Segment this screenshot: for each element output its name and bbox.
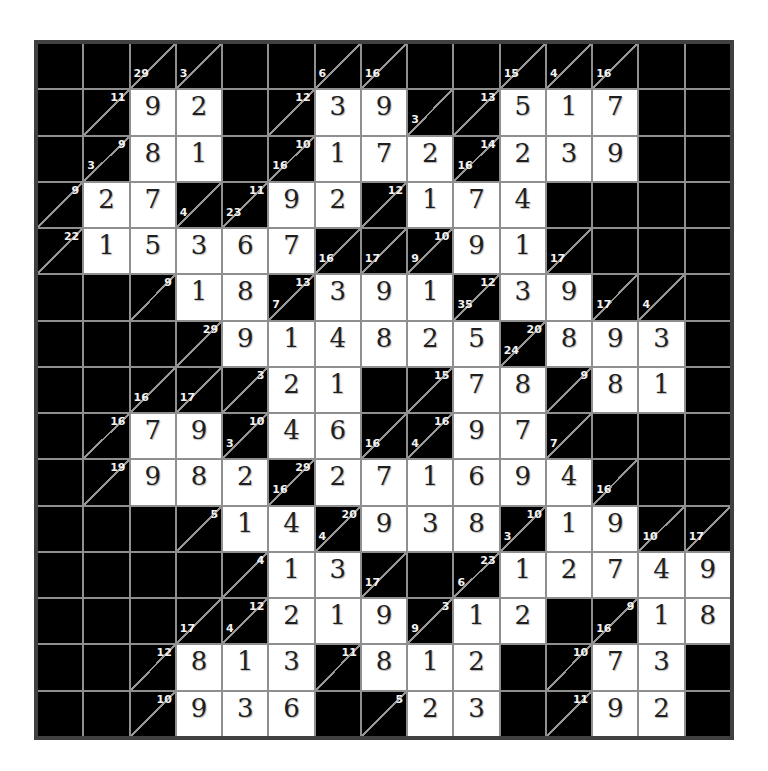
down-clue: 9 xyxy=(411,623,419,634)
cell-r6c15 xyxy=(686,275,730,319)
cell-r11c7: 204 xyxy=(316,507,360,551)
cell-value: 3 xyxy=(316,555,360,584)
cell-r11c8[interactable]: 9 xyxy=(362,507,406,551)
down-clue: 24 xyxy=(504,345,519,356)
cell-r5c6[interactable]: 7 xyxy=(269,229,313,273)
cell-r14c13[interactable]: 7 xyxy=(593,645,637,689)
cell-r2c2: 11 xyxy=(84,90,128,134)
cell-r10c7[interactable]: 2 xyxy=(316,460,360,504)
down-clue: 16 xyxy=(319,253,334,264)
cell-r14c12: 10 xyxy=(547,645,591,689)
cell-r7c5[interactable]: 9 xyxy=(223,322,267,366)
cell-r9c8: 16 xyxy=(362,414,406,458)
cell-value: 9 xyxy=(547,277,591,306)
cell-r5c4[interactable]: 3 xyxy=(177,229,221,273)
cell-r14c15 xyxy=(686,645,730,689)
across-clue: 16 xyxy=(434,416,449,427)
cell-r5c5[interactable]: 6 xyxy=(223,229,267,273)
cell-r4c4: 4 xyxy=(177,183,221,227)
cell-r5c7: 16 xyxy=(316,229,360,273)
cell-r3c12[interactable]: 3 xyxy=(547,137,591,181)
cell-r2c3[interactable]: 9 xyxy=(131,90,175,134)
cell-value: 2 xyxy=(408,324,452,353)
cell-r10c12[interactable]: 4 xyxy=(547,460,591,504)
across-clue: 9 xyxy=(581,370,589,381)
cell-r6c5[interactable]: 8 xyxy=(223,275,267,319)
cell-value: 9 xyxy=(593,139,637,168)
cell-value: 1 xyxy=(223,509,267,538)
cell-value: 9 xyxy=(362,601,406,630)
cell-r13c9: 39 xyxy=(408,599,452,643)
cell-r12c1 xyxy=(38,553,82,597)
cell-r13c11[interactable]: 2 xyxy=(501,599,545,643)
cell-r6c7[interactable]: 3 xyxy=(316,275,360,319)
cell-r2c7[interactable]: 3 xyxy=(316,90,360,134)
cell-r11c10[interactable]: 8 xyxy=(454,507,498,551)
cell-value: 9 xyxy=(454,416,498,445)
cell-value: 5 xyxy=(131,231,175,260)
cell-r12c15[interactable]: 9 xyxy=(686,553,730,597)
cell-value: 1 xyxy=(501,231,545,260)
cell-r2c5 xyxy=(223,90,267,134)
cell-r9c14 xyxy=(639,414,683,458)
cell-r12c3 xyxy=(131,553,175,597)
across-clue: 19 xyxy=(110,462,125,473)
cell-r2c13[interactable]: 7 xyxy=(593,90,637,134)
cell-r15c7 xyxy=(316,692,360,736)
cell-value: 1 xyxy=(454,601,498,630)
cell-r14c14[interactable]: 3 xyxy=(639,645,683,689)
cell-r11c14: 10 xyxy=(639,507,683,551)
cell-r11c12[interactable]: 1 xyxy=(547,507,591,551)
cell-r6c8[interactable]: 9 xyxy=(362,275,406,319)
cell-r13c2 xyxy=(84,599,128,643)
cell-r2c14 xyxy=(639,90,683,134)
cell-value: 3 xyxy=(501,277,545,306)
cell-r4c12 xyxy=(547,183,591,227)
cell-value: 9 xyxy=(177,416,221,445)
cell-r2c11[interactable]: 5 xyxy=(501,90,545,134)
down-clue: 16 xyxy=(272,160,287,171)
cell-r7c8[interactable]: 8 xyxy=(362,322,406,366)
down-clue: 3 xyxy=(504,531,512,542)
cell-value: 1 xyxy=(501,555,545,584)
cell-value: 4 xyxy=(639,555,683,584)
cell-r9c10[interactable]: 9 xyxy=(454,414,498,458)
cell-value: 7 xyxy=(131,185,175,214)
cell-r3c7[interactable]: 1 xyxy=(316,137,360,181)
cell-value: 8 xyxy=(454,509,498,538)
down-clue: 7 xyxy=(272,299,280,310)
cell-r4c13 xyxy=(593,183,637,227)
cell-r7c6[interactable]: 1 xyxy=(269,322,313,366)
down-clue: 16 xyxy=(457,160,472,171)
cell-value: 9 xyxy=(177,694,221,723)
cell-value: 1 xyxy=(547,92,591,121)
cell-r5c3[interactable]: 5 xyxy=(131,229,175,273)
cell-r9c6[interactable]: 4 xyxy=(269,414,313,458)
across-clue: 12 xyxy=(388,185,403,196)
cell-r15c14[interactable]: 2 xyxy=(639,692,683,736)
cell-r14c1 xyxy=(38,645,82,689)
cell-value: 9 xyxy=(223,324,267,353)
down-clue: 3 xyxy=(226,438,234,449)
down-clue: 16 xyxy=(134,392,149,403)
cell-r11c9[interactable]: 3 xyxy=(408,507,452,551)
cell-r10c8[interactable]: 7 xyxy=(362,460,406,504)
cell-r4c7[interactable]: 2 xyxy=(316,183,360,227)
cell-r6c12[interactable]: 9 xyxy=(547,275,591,319)
cell-r9c13 xyxy=(593,414,637,458)
cell-r10c10[interactable]: 6 xyxy=(454,460,498,504)
cell-r1c7: 6 xyxy=(316,44,360,88)
cell-r12c6[interactable]: 1 xyxy=(269,553,313,597)
cell-r2c12[interactable]: 1 xyxy=(547,90,591,134)
cell-value: 2 xyxy=(454,647,498,676)
cell-r8c3: 16 xyxy=(131,368,175,412)
cell-r10c5[interactable]: 2 xyxy=(223,460,267,504)
cell-r3c8[interactable]: 7 xyxy=(362,137,406,181)
cell-r6c4[interactable]: 1 xyxy=(177,275,221,319)
cell-r7c14[interactable]: 3 xyxy=(639,322,683,366)
cell-r15c6[interactable]: 6 xyxy=(269,692,313,736)
across-clue: 29 xyxy=(203,324,218,335)
cell-r5c11[interactable]: 1 xyxy=(501,229,545,273)
cell-value: 2 xyxy=(639,694,683,723)
cell-value: 8 xyxy=(686,601,730,630)
down-clue: 16 xyxy=(596,68,611,79)
cell-r4c1: 9 xyxy=(38,183,82,227)
across-clue: 10 xyxy=(295,139,310,150)
cell-value: 7 xyxy=(269,231,313,260)
cell-r9c11[interactable]: 7 xyxy=(501,414,545,458)
down-clue: 16 xyxy=(272,484,287,495)
cell-r4c15 xyxy=(686,183,730,227)
cell-r15c4[interactable]: 9 xyxy=(177,692,221,736)
cell-r12c8: 17 xyxy=(362,553,406,597)
cell-r1c5 xyxy=(223,44,267,88)
cell-r7c3 xyxy=(131,322,175,366)
cell-r7c4: 29 xyxy=(177,322,221,366)
cell-r14c2 xyxy=(84,645,128,689)
across-clue: 11 xyxy=(342,647,357,658)
cell-r13c13: 916 xyxy=(593,599,637,643)
cell-r8c1 xyxy=(38,368,82,412)
cell-value: 2 xyxy=(269,601,313,630)
cell-r3c13[interactable]: 9 xyxy=(593,137,637,181)
cell-r12c12[interactable]: 2 xyxy=(547,553,591,597)
across-clue: 11 xyxy=(573,694,588,705)
cell-value: 8 xyxy=(131,139,175,168)
cell-r6c1 xyxy=(38,275,82,319)
cell-value: 2 xyxy=(316,462,360,491)
cell-value: 1 xyxy=(84,231,128,260)
cell-r9c3[interactable]: 7 xyxy=(131,414,175,458)
cell-r9c12: 7 xyxy=(547,414,591,458)
cell-r11c3 xyxy=(131,507,175,551)
cell-r8c10[interactable]: 7 xyxy=(454,368,498,412)
cell-r14c10[interactable]: 2 xyxy=(454,645,498,689)
down-clue: 16 xyxy=(365,68,380,79)
cell-r10c15 xyxy=(686,460,730,504)
cell-value: 2 xyxy=(223,462,267,491)
across-clue: 12 xyxy=(156,647,171,658)
cell-value: 9 xyxy=(131,462,175,491)
cell-r1c1 xyxy=(38,44,82,88)
down-clue: 6 xyxy=(457,577,465,588)
down-clue: 17 xyxy=(550,253,565,264)
cell-r7c9[interactable]: 2 xyxy=(408,322,452,366)
cell-value: 1 xyxy=(408,185,452,214)
down-clue: 10 xyxy=(642,531,657,542)
cell-r15c9[interactable]: 2 xyxy=(408,692,452,736)
cell-r1c2 xyxy=(84,44,128,88)
cell-r13c15[interactable]: 8 xyxy=(686,599,730,643)
cell-r9c4[interactable]: 9 xyxy=(177,414,221,458)
cell-value: 1 xyxy=(408,462,452,491)
cell-r7c2 xyxy=(84,322,128,366)
cell-r11c4: 5 xyxy=(177,507,221,551)
cell-value: 3 xyxy=(177,231,221,260)
cell-value: 4 xyxy=(547,462,591,491)
cell-value: 4 xyxy=(269,509,313,538)
cell-r6c3: 9 xyxy=(131,275,175,319)
cell-r10c1 xyxy=(38,460,82,504)
cell-value: 9 xyxy=(593,324,637,353)
cell-r1c15 xyxy=(686,44,730,88)
cell-value: 3 xyxy=(639,324,683,353)
cell-r5c13 xyxy=(593,229,637,273)
cell-value: 1 xyxy=(408,277,452,306)
cell-r15c15 xyxy=(686,692,730,736)
cell-value: 3 xyxy=(454,694,498,723)
across-clue: 10 xyxy=(249,416,264,427)
cell-r4c9[interactable]: 1 xyxy=(408,183,452,227)
cell-r1c14 xyxy=(639,44,683,88)
down-clue: 15 xyxy=(504,68,519,79)
across-clue: 22 xyxy=(64,231,79,242)
cell-value: 3 xyxy=(547,139,591,168)
down-clue: 9 xyxy=(411,253,419,264)
cell-value: 3 xyxy=(223,694,267,723)
cell-r1c11: 15 xyxy=(501,44,545,88)
cell-value: 2 xyxy=(269,370,313,399)
cell-r4c6[interactable]: 9 xyxy=(269,183,313,227)
cell-r12c9 xyxy=(408,553,452,597)
across-clue: 5 xyxy=(395,694,403,705)
across-clue: 9 xyxy=(72,185,80,196)
cell-r13c12 xyxy=(547,599,591,643)
cell-r12c7[interactable]: 3 xyxy=(316,553,360,597)
cell-r13c8[interactable]: 9 xyxy=(362,599,406,643)
cell-r4c2[interactable]: 2 xyxy=(84,183,128,227)
cell-r11c5[interactable]: 1 xyxy=(223,507,267,551)
across-clue: 9 xyxy=(118,139,126,150)
across-clue: 23 xyxy=(480,555,495,566)
cell-value: 1 xyxy=(177,139,221,168)
cell-r3c6: 1016 xyxy=(269,137,313,181)
cell-r6c14: 4 xyxy=(639,275,683,319)
cell-r7c1 xyxy=(38,322,82,366)
cell-r6c13: 17 xyxy=(593,275,637,319)
cell-r3c11[interactable]: 2 xyxy=(501,137,545,181)
cell-r13c7[interactable]: 1 xyxy=(316,599,360,643)
across-clue: 13 xyxy=(295,277,310,288)
cell-r15c12: 11 xyxy=(547,692,591,736)
across-clue: 16 xyxy=(110,416,125,427)
across-clue: 15 xyxy=(434,370,449,381)
across-clue: 12 xyxy=(295,92,310,103)
cell-value: 7 xyxy=(501,416,545,445)
cell-r1c3: 29 xyxy=(131,44,175,88)
cell-value: 7 xyxy=(131,416,175,445)
across-clue: 10 xyxy=(156,694,171,705)
cell-r11c15: 17 xyxy=(686,507,730,551)
down-clue: 4 xyxy=(226,623,234,634)
cell-r2c15 xyxy=(686,90,730,134)
cell-value: 9 xyxy=(593,694,637,723)
across-clue: 12 xyxy=(480,277,495,288)
cell-r8c7[interactable]: 1 xyxy=(316,368,360,412)
down-clue: 6 xyxy=(319,68,327,79)
down-clue: 23 xyxy=(226,207,241,218)
cell-r15c13[interactable]: 9 xyxy=(593,692,637,736)
cell-r4c3[interactable]: 7 xyxy=(131,183,175,227)
cell-value: 3 xyxy=(408,509,452,538)
cell-r14c9[interactable]: 1 xyxy=(408,645,452,689)
cell-r7c13[interactable]: 9 xyxy=(593,322,637,366)
cell-r14c8[interactable]: 8 xyxy=(362,645,406,689)
cell-r4c8: 12 xyxy=(362,183,406,227)
cell-r15c10[interactable]: 3 xyxy=(454,692,498,736)
cell-r7c10[interactable]: 5 xyxy=(454,322,498,366)
cell-r3c3[interactable]: 8 xyxy=(131,137,175,181)
down-clue: 4 xyxy=(411,438,419,449)
cell-r5c10[interactable]: 9 xyxy=(454,229,498,273)
cell-r13c14[interactable]: 1 xyxy=(639,599,683,643)
cell-r15c5[interactable]: 3 xyxy=(223,692,267,736)
cell-r12c14[interactable]: 4 xyxy=(639,553,683,597)
across-clue: 9 xyxy=(164,277,172,288)
cell-value: 1 xyxy=(223,647,267,676)
cell-r15c11 xyxy=(501,692,545,736)
down-clue: 16 xyxy=(596,484,611,495)
cell-r1c10 xyxy=(454,44,498,88)
cell-r14c5[interactable]: 1 xyxy=(223,645,267,689)
cell-r10c4[interactable]: 8 xyxy=(177,460,221,504)
cell-r2c6: 12 xyxy=(269,90,313,134)
across-clue: 20 xyxy=(342,509,357,520)
cell-r12c10: 236 xyxy=(454,553,498,597)
cell-r14c6[interactable]: 3 xyxy=(269,645,313,689)
cell-r1c8: 16 xyxy=(362,44,406,88)
across-clue: 14 xyxy=(480,139,495,150)
cell-r2c1 xyxy=(38,90,82,134)
cell-r4c10[interactable]: 7 xyxy=(454,183,498,227)
cell-r4c11[interactable]: 4 xyxy=(501,183,545,227)
cell-r8c13[interactable]: 8 xyxy=(593,368,637,412)
cell-r8c6[interactable]: 2 xyxy=(269,368,313,412)
cell-r10c3[interactable]: 9 xyxy=(131,460,175,504)
cell-r6c2 xyxy=(84,275,128,319)
cell-r12c13[interactable]: 7 xyxy=(593,553,637,597)
cell-value: 8 xyxy=(501,370,545,399)
down-clue: 17 xyxy=(365,577,380,588)
cell-value: 7 xyxy=(593,92,637,121)
cell-value: 2 xyxy=(501,601,545,630)
down-clue: 3 xyxy=(87,160,95,171)
cell-r7c12[interactable]: 8 xyxy=(547,322,591,366)
cell-r14c4[interactable]: 8 xyxy=(177,645,221,689)
cell-r1c12: 4 xyxy=(547,44,591,88)
cell-r9c9: 164 xyxy=(408,414,452,458)
across-clue: 20 xyxy=(527,324,542,335)
cell-r8c15 xyxy=(686,368,730,412)
cell-r12c11[interactable]: 1 xyxy=(501,553,545,597)
down-clue: 4 xyxy=(642,299,650,310)
cell-r8c2 xyxy=(84,368,128,412)
cell-r8c11[interactable]: 8 xyxy=(501,368,545,412)
cell-r13c4: 17 xyxy=(177,599,221,643)
cell-r10c9[interactable]: 1 xyxy=(408,460,452,504)
cell-r11c13[interactable]: 9 xyxy=(593,507,637,551)
cell-value: 4 xyxy=(501,185,545,214)
cell-r13c1 xyxy=(38,599,82,643)
down-clue: 4 xyxy=(319,531,327,542)
down-clue: 3 xyxy=(180,68,188,79)
cell-r3c4[interactable]: 1 xyxy=(177,137,221,181)
down-clue: 3 xyxy=(411,114,419,125)
cell-r13c6[interactable]: 2 xyxy=(269,599,313,643)
cell-r5c2[interactable]: 1 xyxy=(84,229,128,273)
cell-value: 1 xyxy=(639,601,683,630)
cell-value: 7 xyxy=(362,139,406,168)
cell-r15c1 xyxy=(38,692,82,736)
cell-value: 1 xyxy=(316,370,360,399)
cell-value: 9 xyxy=(269,185,313,214)
cell-r3c15 xyxy=(686,137,730,181)
cell-r3c14 xyxy=(639,137,683,181)
cell-r6c11[interactable]: 3 xyxy=(501,275,545,319)
cell-r11c6[interactable]: 4 xyxy=(269,507,313,551)
cell-r10c11[interactable]: 9 xyxy=(501,460,545,504)
cell-value: 7 xyxy=(454,185,498,214)
cell-r6c9[interactable]: 1 xyxy=(408,275,452,319)
cell-value: 9 xyxy=(501,462,545,491)
cell-r5c12: 17 xyxy=(547,229,591,273)
cell-value: 8 xyxy=(593,370,637,399)
cell-r12c2 xyxy=(84,553,128,597)
cell-r13c10[interactable]: 1 xyxy=(454,599,498,643)
cell-r1c6 xyxy=(269,44,313,88)
cell-r2c4[interactable]: 2 xyxy=(177,90,221,134)
cell-value: 4 xyxy=(316,324,360,353)
cell-r7c11: 2024 xyxy=(501,322,545,366)
cell-r8c14[interactable]: 1 xyxy=(639,368,683,412)
cell-r7c7[interactable]: 4 xyxy=(316,322,360,366)
across-clue: 13 xyxy=(480,92,495,103)
cell-r3c2: 93 xyxy=(84,137,128,181)
cell-value: 9 xyxy=(362,277,406,306)
cell-r3c9[interactable]: 2 xyxy=(408,137,452,181)
cell-value: 8 xyxy=(223,277,267,306)
across-clue: 11 xyxy=(110,92,125,103)
cell-r8c4: 17 xyxy=(177,368,221,412)
cell-r2c8[interactable]: 9 xyxy=(362,90,406,134)
cell-r3c10: 1416 xyxy=(454,137,498,181)
cell-r9c7[interactable]: 6 xyxy=(316,414,360,458)
cell-r4c14 xyxy=(639,183,683,227)
